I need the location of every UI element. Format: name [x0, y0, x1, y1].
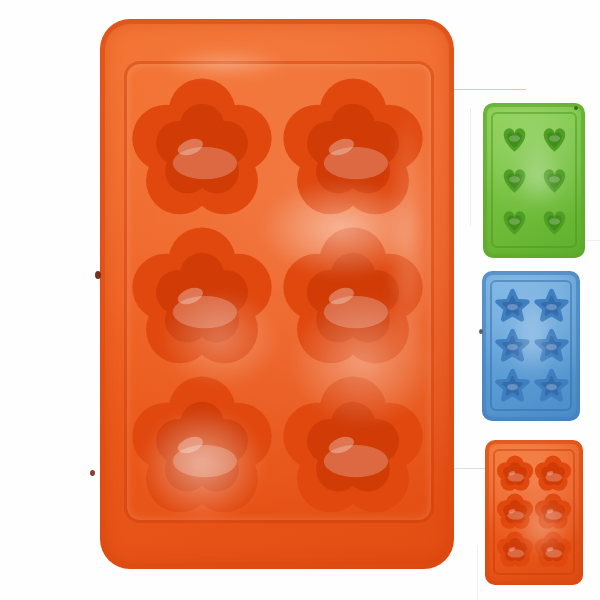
heart-cavity — [496, 203, 533, 240]
heart-cavity — [496, 120, 533, 157]
flower-cavity — [534, 455, 572, 493]
star-cavity — [532, 286, 571, 325]
flower-cavity — [280, 226, 426, 372]
flower-cavity — [534, 493, 572, 531]
tile-grout-line — [583, 240, 600, 241]
flower-cavity — [496, 455, 534, 493]
tile-grout-line — [450, 89, 526, 90]
star-cavity — [532, 366, 571, 405]
flower-cavity — [496, 493, 534, 531]
cavity-grid — [496, 455, 572, 569]
cavity-grid — [126, 75, 428, 523]
tile-grout-line — [470, 108, 471, 226]
heart-cavity — [536, 120, 573, 157]
cavity-grid — [494, 118, 574, 242]
star-cavity — [493, 286, 532, 325]
heart-cavity — [536, 161, 573, 198]
flower-cavity — [534, 531, 572, 569]
small-green-tray — [483, 103, 585, 258]
flower-cavity — [280, 375, 426, 521]
blemish-speck — [90, 470, 95, 476]
product-photo — [0, 0, 600, 600]
cavity-grid — [493, 286, 569, 405]
flower-cavity — [129, 226, 275, 372]
flower-cavity — [496, 531, 534, 569]
flower-cavity — [129, 375, 275, 521]
small-orange-tray — [485, 440, 583, 585]
large-orange-tray — [100, 19, 454, 569]
star-cavity — [493, 326, 532, 365]
heart-cavity — [496, 161, 533, 198]
tile-grout-line — [477, 545, 478, 600]
flower-cavity — [129, 77, 275, 223]
small-blue-tray — [482, 271, 580, 421]
star-cavity — [532, 326, 571, 365]
flower-cavity — [280, 77, 426, 223]
star-cavity — [493, 366, 532, 405]
heart-cavity — [536, 203, 573, 240]
